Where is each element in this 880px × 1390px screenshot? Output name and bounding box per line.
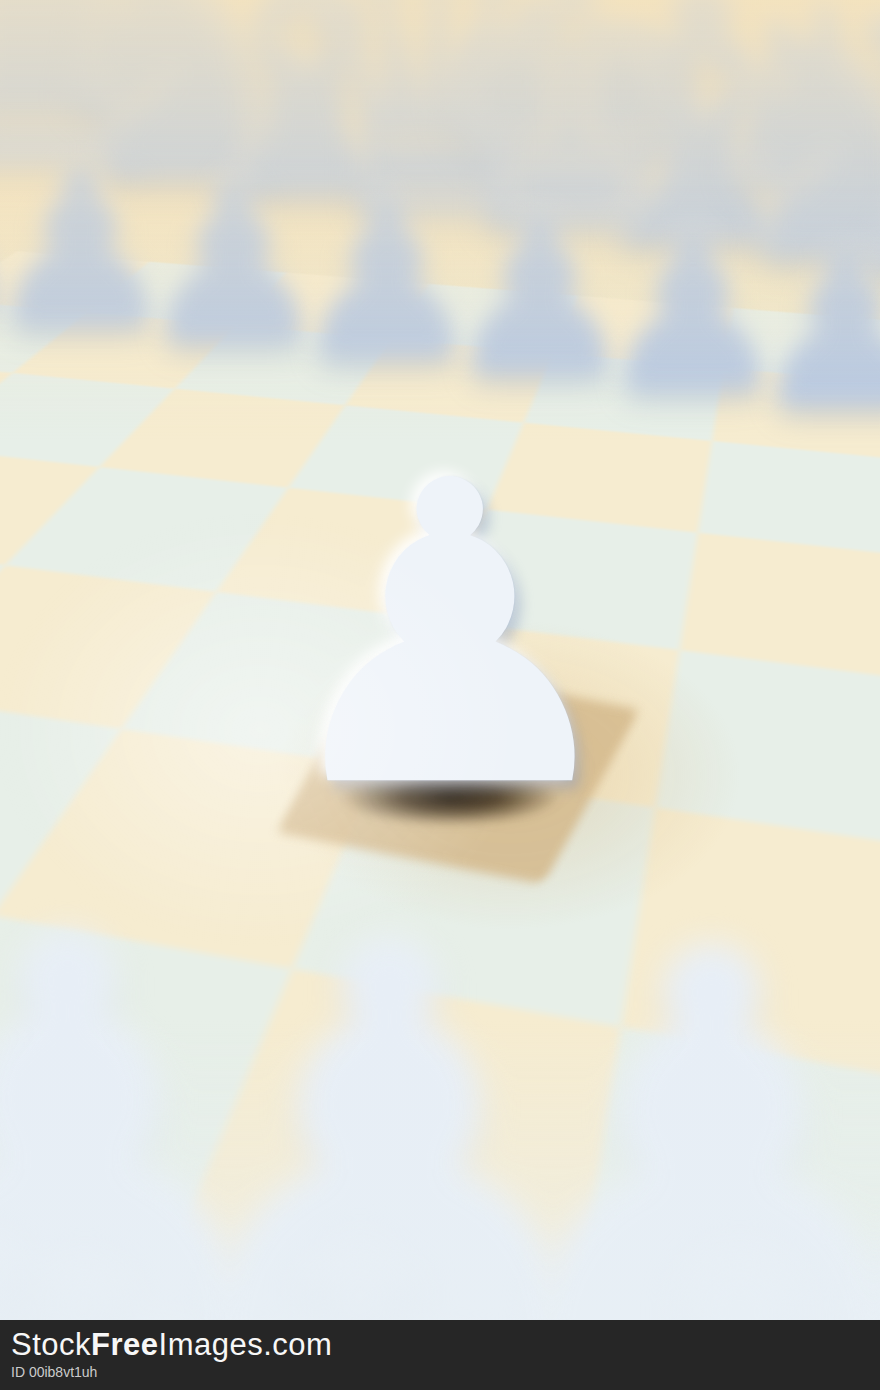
chess-piece-black-queen: ♛ bbox=[281, 0, 595, 263]
brand-suffix: Images.com bbox=[159, 1327, 333, 1362]
chess-piece-black-rook: ♜ bbox=[0, 0, 199, 215]
pawn-base-shadow bbox=[338, 768, 560, 826]
chess-piece-black-bishop: ♝ bbox=[545, 0, 859, 295]
watermark-brand: StockFreeImages.com bbox=[11, 1327, 332, 1363]
chess-piece-black-knight: ♞ bbox=[677, 0, 880, 311]
chess-photo: ♜♞♝♛♚♝♞♜♟♟♟♟♟♟♟♟♟♟♟♟♟♟♟♟♟♜♞♝♛♚♝♞♜ bbox=[0, 0, 880, 1320]
brand-bold: Free bbox=[91, 1327, 158, 1362]
stock-photo-page: ♜♞♝♛♚♝♞♜♟♟♟♟♟♟♟♟♟♟♟♟♟♟♟♟♟♜♞♝♛♚♝♞♜ StockF… bbox=[0, 0, 880, 1390]
watermark-bar: StockFreeImages.com ID 00ib8vt1uh bbox=[0, 1320, 880, 1390]
chess-piece-black-knight: ♞ bbox=[17, 0, 331, 231]
chess-piece-black-rook: ♜ bbox=[809, 0, 880, 327]
chess-piece-black-bishop: ♝ bbox=[149, 0, 463, 247]
board-square bbox=[569, 1027, 880, 1320]
image-id-label: ID 00ib8vt1uh bbox=[11, 1364, 97, 1380]
brand-prefix: Stock bbox=[11, 1327, 91, 1362]
chess-piece-black-king: ♚ bbox=[413, 0, 727, 279]
